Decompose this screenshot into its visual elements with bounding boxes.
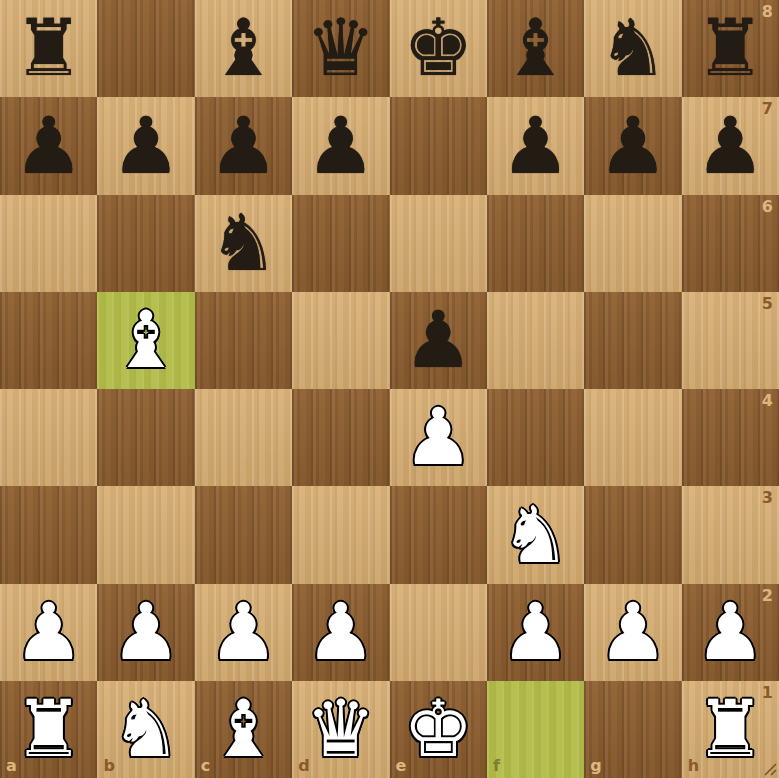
piece-black-pawn[interactable]: ♟ xyxy=(306,107,376,186)
square-g3[interactable] xyxy=(584,486,681,583)
square-g7[interactable]: ♟ xyxy=(584,97,681,194)
square-a4[interactable] xyxy=(0,389,97,486)
square-a2[interactable]: ♟ xyxy=(0,584,97,681)
piece-white-bishop[interactable]: ♝ xyxy=(208,690,278,769)
square-c3[interactable] xyxy=(195,486,292,583)
square-b6[interactable] xyxy=(97,195,194,292)
square-d4[interactable] xyxy=(292,389,389,486)
square-a6[interactable] xyxy=(0,195,97,292)
file-label-g: g xyxy=(590,758,601,774)
file-label-d: d xyxy=(298,758,309,774)
square-c7[interactable]: ♟ xyxy=(195,97,292,194)
rank-label-5: 5 xyxy=(762,296,773,312)
chess-board: ♜♝♛♚♝♞♜8♟♟♟♟♟♟♟7♞6♝♟5♟4♞3♟♟♟♟♟♟♟2♜a♞b♝c♛… xyxy=(0,0,779,778)
square-g8[interactable]: ♞ xyxy=(584,0,681,97)
piece-black-bishop[interactable]: ♝ xyxy=(500,9,570,88)
piece-black-pawn[interactable]: ♟ xyxy=(111,107,181,186)
square-b5[interactable]: ♝ xyxy=(97,292,194,389)
square-b3[interactable] xyxy=(97,486,194,583)
square-g6[interactable] xyxy=(584,195,681,292)
square-h3[interactable]: 3 xyxy=(682,486,779,583)
piece-white-pawn[interactable]: ♟ xyxy=(208,593,278,672)
piece-white-pawn[interactable]: ♟ xyxy=(500,593,570,672)
rank-label-8: 8 xyxy=(762,4,773,20)
square-h4[interactable]: 4 xyxy=(682,389,779,486)
square-d5[interactable] xyxy=(292,292,389,389)
square-b2[interactable]: ♟ xyxy=(97,584,194,681)
piece-black-king[interactable]: ♚ xyxy=(403,9,473,88)
piece-black-rook[interactable]: ♜ xyxy=(13,9,83,88)
piece-white-rook[interactable]: ♜ xyxy=(695,690,765,769)
square-c2[interactable]: ♟ xyxy=(195,584,292,681)
square-c5[interactable] xyxy=(195,292,292,389)
square-a8[interactable]: ♜ xyxy=(0,0,97,97)
square-h7[interactable]: ♟7 xyxy=(682,97,779,194)
square-c4[interactable] xyxy=(195,389,292,486)
square-d6[interactable] xyxy=(292,195,389,292)
square-g2[interactable]: ♟ xyxy=(584,584,681,681)
file-label-b: b xyxy=(103,758,114,774)
square-f7[interactable]: ♟ xyxy=(487,97,584,194)
square-a7[interactable]: ♟ xyxy=(0,97,97,194)
square-f6[interactable] xyxy=(487,195,584,292)
square-g5[interactable] xyxy=(584,292,681,389)
piece-black-pawn[interactable]: ♟ xyxy=(403,301,473,380)
square-c8[interactable]: ♝ xyxy=(195,0,292,97)
square-e2[interactable] xyxy=(390,584,487,681)
square-e6[interactable] xyxy=(390,195,487,292)
piece-black-pawn[interactable]: ♟ xyxy=(208,107,278,186)
square-e7[interactable] xyxy=(390,97,487,194)
square-b1[interactable]: ♞b xyxy=(97,681,194,778)
piece-white-pawn[interactable]: ♟ xyxy=(111,593,181,672)
piece-black-rook[interactable]: ♜ xyxy=(695,9,765,88)
square-b8[interactable] xyxy=(97,0,194,97)
square-a3[interactable] xyxy=(0,486,97,583)
piece-black-queen[interactable]: ♛ xyxy=(306,9,376,88)
square-h2[interactable]: ♟2 xyxy=(682,584,779,681)
square-e3[interactable] xyxy=(390,486,487,583)
piece-black-bishop[interactable]: ♝ xyxy=(208,9,278,88)
rank-label-2: 2 xyxy=(762,588,773,604)
piece-white-knight[interactable]: ♞ xyxy=(500,496,570,575)
piece-white-pawn[interactable]: ♟ xyxy=(598,593,668,672)
square-h6[interactable]: 6 xyxy=(682,195,779,292)
file-label-f: f xyxy=(493,758,500,774)
piece-black-knight[interactable]: ♞ xyxy=(208,204,278,283)
piece-white-pawn[interactable]: ♟ xyxy=(403,398,473,477)
file-label-a: a xyxy=(6,758,17,774)
piece-white-pawn[interactable]: ♟ xyxy=(695,593,765,672)
square-f3[interactable]: ♞ xyxy=(487,486,584,583)
file-label-c: c xyxy=(201,758,210,774)
piece-white-pawn[interactable]: ♟ xyxy=(306,593,376,672)
square-f2[interactable]: ♟ xyxy=(487,584,584,681)
square-e8[interactable]: ♚ xyxy=(390,0,487,97)
square-d2[interactable]: ♟ xyxy=(292,584,389,681)
square-f8[interactable]: ♝ xyxy=(487,0,584,97)
square-a5[interactable] xyxy=(0,292,97,389)
square-e4[interactable]: ♟ xyxy=(390,389,487,486)
square-a1[interactable]: ♜a xyxy=(0,681,97,778)
file-label-e: e xyxy=(396,758,407,774)
square-e1[interactable]: ♚e xyxy=(390,681,487,778)
piece-black-pawn[interactable]: ♟ xyxy=(500,107,570,186)
square-c1[interactable]: ♝c xyxy=(195,681,292,778)
piece-white-rook[interactable]: ♜ xyxy=(13,690,83,769)
square-d7[interactable]: ♟ xyxy=(292,97,389,194)
square-f4[interactable] xyxy=(487,389,584,486)
square-f5[interactable] xyxy=(487,292,584,389)
piece-white-queen[interactable]: ♛ xyxy=(306,690,376,769)
rank-label-1: 1 xyxy=(762,685,773,701)
rank-label-7: 7 xyxy=(762,101,773,117)
square-d3[interactable] xyxy=(292,486,389,583)
rank-label-6: 6 xyxy=(762,199,773,215)
square-g1[interactable]: g xyxy=(584,681,681,778)
piece-black-pawn[interactable]: ♟ xyxy=(13,107,83,186)
square-e5[interactable]: ♟ xyxy=(390,292,487,389)
square-h1[interactable]: ♜1h xyxy=(682,681,779,778)
piece-white-bishop[interactable]: ♝ xyxy=(111,301,181,380)
piece-white-knight[interactable]: ♞ xyxy=(111,690,181,769)
piece-black-pawn[interactable]: ♟ xyxy=(695,107,765,186)
file-label-h: h xyxy=(688,758,699,774)
square-f1[interactable]: f xyxy=(487,681,584,778)
square-d8[interactable]: ♛ xyxy=(292,0,389,97)
square-h5[interactable]: 5 xyxy=(682,292,779,389)
piece-white-king[interactable]: ♚ xyxy=(403,690,473,769)
resize-handle-icon[interactable] xyxy=(763,762,777,776)
square-b7[interactable]: ♟ xyxy=(97,97,194,194)
square-g4[interactable] xyxy=(584,389,681,486)
rank-label-4: 4 xyxy=(762,393,773,409)
piece-white-pawn[interactable]: ♟ xyxy=(13,593,83,672)
square-h8[interactable]: ♜8 xyxy=(682,0,779,97)
square-d1[interactable]: ♛d xyxy=(292,681,389,778)
square-c6[interactable]: ♞ xyxy=(195,195,292,292)
square-b4[interactable] xyxy=(97,389,194,486)
piece-black-knight[interactable]: ♞ xyxy=(598,9,668,88)
rank-label-3: 3 xyxy=(762,490,773,506)
piece-black-pawn[interactable]: ♟ xyxy=(598,107,668,186)
